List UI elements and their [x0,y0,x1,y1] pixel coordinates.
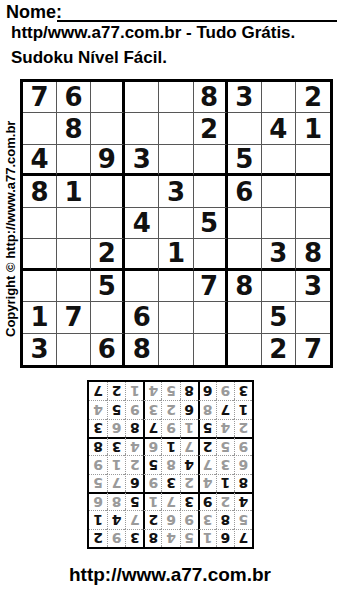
puzzle-cell-r6c4[interactable] [125,239,159,270]
puzzle-cell-r5c8[interactable] [262,208,296,239]
solution-cell-r1c4: 5 [180,529,198,547]
puzzle-cell-r2c1[interactable] [23,113,57,144]
puzzle-cell-r1c5[interactable] [159,82,193,113]
puzzle-cell-r4c5: 3 [159,176,193,207]
solution-cell-r2c9: 1 [89,510,107,528]
solution-cell-r4c5: 3 [161,474,179,492]
puzzle-cell-r7c1[interactable] [23,271,57,302]
puzzle-cell-r2c5[interactable] [159,113,193,144]
puzzle-cell-r6c8: 3 [262,239,296,270]
puzzle-cell-r3c5[interactable] [159,145,193,176]
puzzle-cell-r5c7[interactable] [228,208,262,239]
solution-cell-r2c1: 5 [234,510,252,528]
solution-cell-r4c3: 4 [198,474,216,492]
solution-cell-r6c8: 3 [107,437,125,455]
solution-cell-r9c3: 6 [198,382,216,400]
puzzle-grid: 768328241493581364521385783176536827 [20,79,333,368]
puzzle-cell-r2c3[interactable] [91,113,125,144]
solution-cell-r5c6: 5 [143,455,161,473]
solution-cell-r4c8: 7 [107,474,125,492]
solution-cell-r2c6: 2 [143,510,161,528]
solution-cell-r5c1: 6 [234,455,252,473]
solution-cell-r3c1: 4 [234,492,252,510]
footer-url: http://www.a77.com.br [0,564,340,586]
puzzle-cell-r1c1: 7 [23,82,57,113]
solution-cell-r2c3: 3 [198,510,216,528]
puzzle-cell-r6c2[interactable] [57,239,91,270]
solution-cell-r6c4: 7 [180,437,198,455]
puzzle-cell-r9c6[interactable] [194,334,228,365]
puzzle-cell-r5c5[interactable] [159,208,193,239]
solution-cell-r2c2: 8 [216,510,234,528]
solution-cell-r5c9: 9 [89,455,107,473]
solution-cell-r6c2: 5 [216,437,234,455]
puzzle-cell-r1c3[interactable] [91,82,125,113]
solution-cell-r4c4: 2 [180,474,198,492]
puzzle-cell-r3c1: 4 [23,145,57,176]
solution-cell-r9c7: 1 [125,382,143,400]
puzzle-cell-r1c4[interactable] [125,82,159,113]
puzzle-cell-r6c5: 1 [159,239,193,270]
puzzle-cell-r5c4: 4 [125,208,159,239]
solution-cell-r9c8: 2 [107,382,125,400]
puzzle-cell-r1c8[interactable] [262,82,296,113]
solution-cell-r7c4: 1 [180,419,198,437]
solution-cell-r5c5: 8 [161,455,179,473]
puzzle-cell-r3c9[interactable] [296,145,330,176]
puzzle-cell-r8c7[interactable] [228,302,262,333]
puzzle-cell-r8c3[interactable] [91,302,125,333]
solution-cell-r7c8: 6 [107,419,125,437]
puzzle-cell-r4c9[interactable] [296,176,330,207]
puzzle-cell-r6c1[interactable] [23,239,57,270]
puzzle-title: Sudoku Nível Fácil. [11,48,167,68]
puzzle-cell-r2c7[interactable] [228,113,262,144]
puzzle-cell-r8c1: 1 [23,302,57,333]
puzzle-cell-r2c8: 4 [262,113,296,144]
puzzle-cell-r7c8[interactable] [262,271,296,302]
solution-cell-r3c2: 2 [216,492,234,510]
puzzle-cell-r1c2: 6 [57,82,91,113]
puzzle-cell-r6c9: 8 [296,239,330,270]
solution-cell-r3c5: 7 [161,492,179,510]
puzzle-cell-r7c5[interactable] [159,271,193,302]
puzzle-cell-r6c6[interactable] [194,239,228,270]
puzzle-cell-r4c6[interactable] [194,176,228,207]
puzzle-cell-r9c9: 7 [296,334,330,365]
solution-cell-r7c2: 4 [216,419,234,437]
puzzle-cell-r5c2[interactable] [57,208,91,239]
solution-cell-r6c6: 6 [143,437,161,455]
solution-cell-r9c2: 9 [216,382,234,400]
puzzle-cell-r8c2: 7 [57,302,91,333]
puzzle-cell-r7c2[interactable] [57,271,91,302]
solution-cell-r6c1: 9 [234,437,252,455]
solution-cell-r8c9: 4 [89,400,107,418]
puzzle-cell-r2c9: 1 [296,113,330,144]
solution-cell-r8c8: 5 [107,400,125,418]
solution-cell-r9c1: 3 [234,382,252,400]
solution-cell-r8c6: 3 [143,400,161,418]
solution-cell-r8c3: 8 [198,400,216,418]
puzzle-cell-r7c6: 7 [194,271,228,302]
solution-cell-r2c7: 7 [125,510,143,528]
puzzle-cell-r9c2[interactable] [57,334,91,365]
puzzle-cell-r3c8[interactable] [262,145,296,176]
solution-cell-r5c2: 3 [216,455,234,473]
puzzle-cell-r3c4: 3 [125,145,159,176]
puzzle-cell-r5c3[interactable] [91,208,125,239]
puzzle-cell-r1c9: 2 [296,82,330,113]
puzzle-cell-r7c7: 8 [228,271,262,302]
solution-cell-r3c8: 8 [107,492,125,510]
solution-cell-r8c4: 6 [180,400,198,418]
solution-cell-r7c6: 7 [143,419,161,437]
puzzle-cell-r8c6[interactable] [194,302,228,333]
copyright-vertical-text: Copyright © http://www.a77.com.br [3,79,19,337]
puzzle-cell-r2c6: 2 [194,113,228,144]
solution-cell-r1c6: 8 [143,529,161,547]
puzzle-cell-r5c1[interactable] [23,208,57,239]
puzzle-cell-r9c5[interactable] [159,334,193,365]
solution-cell-r9c6: 4 [143,382,161,400]
site-tagline: http/www.a77.com.br - Tudo Grátis. [11,23,295,43]
puzzle-cell-r4c4[interactable] [125,176,159,207]
puzzle-cell-r8c5[interactable] [159,302,193,333]
puzzle-cell-r2c2: 8 [57,113,91,144]
solution-cell-r4c2: 1 [216,474,234,492]
puzzle-cell-r4c1: 8 [23,176,57,207]
solution-cell-r6c3: 2 [198,437,216,455]
puzzle-cell-r9c1: 3 [23,334,57,365]
solution-cell-r2c4: 9 [180,510,198,528]
solution-cell-r1c3: 1 [198,529,216,547]
solution-cell-r8c1: 1 [234,400,252,418]
solution-cell-r4c7: 6 [125,474,143,492]
puzzle-cell-r6c7[interactable] [228,239,262,270]
solution-cell-r7c9: 3 [89,419,107,437]
solution-cell-r2c5: 6 [161,510,179,528]
puzzle-cell-r3c3: 9 [91,145,125,176]
solution-cell-r4c9: 5 [89,474,107,492]
solution-cell-r3c7: 5 [125,492,143,510]
solution-cell-r4c1: 8 [234,474,252,492]
puzzle-cell-r4c2: 1 [57,176,91,207]
puzzle-cell-r8c4: 6 [125,302,159,333]
puzzle-cell-r9c4: 8 [125,334,159,365]
solution-cell-r3c3: 9 [198,492,216,510]
solution-cell-r1c9: 2 [89,529,107,547]
solution-cell-r5c7: 2 [125,455,143,473]
solution-cell-r2c8: 4 [107,510,125,528]
solution-cell-r7c7: 8 [125,419,143,437]
solution-cell-r9c9: 7 [89,382,107,400]
solution-cell-r7c5: 9 [161,419,179,437]
puzzle-cell-r9c7[interactable] [228,334,262,365]
puzzle-cell-r4c8[interactable] [262,176,296,207]
puzzle-cell-r5c9[interactable] [296,208,330,239]
solution-cell-r1c2: 6 [216,529,234,547]
puzzle-cell-r2c4[interactable] [125,113,159,144]
puzzle-cell-r7c4[interactable] [125,271,159,302]
solution-cell-r1c5: 4 [161,529,179,547]
puzzle-cell-r4c7: 6 [228,176,262,207]
puzzle-cell-r7c9: 3 [296,271,330,302]
solution-cell-r3c4: 3 [180,492,198,510]
puzzle-cell-r4c3[interactable] [91,176,125,207]
puzzle-cell-r3c2[interactable] [57,145,91,176]
solution-cell-r1c1: 7 [234,529,252,547]
puzzle-cell-r5c6: 5 [194,208,228,239]
puzzle-cell-r9c3: 6 [91,334,125,365]
solution-cell-r3c6: 1 [143,492,161,510]
solution-cell-r1c8: 9 [107,529,125,547]
puzzle-cell-r8c8: 5 [262,302,296,333]
puzzle-cell-r3c7: 5 [228,145,262,176]
puzzle-cell-r1c6: 8 [194,82,228,113]
solution-cell-r8c7: 9 [125,400,143,418]
solution-cell-r5c4: 4 [180,455,198,473]
solution-cell-r5c8: 1 [107,455,125,473]
solution-cell-r9c4: 8 [180,382,198,400]
solution-cell-r8c2: 7 [216,400,234,418]
solution-cell-r5c3: 7 [198,455,216,473]
solution-cell-r4c6: 9 [143,474,161,492]
puzzle-cell-r1c7: 3 [228,82,262,113]
name-label: Nome: [6,2,62,23]
solution-cell-r6c5: 1 [161,437,179,455]
name-input-line[interactable] [57,2,337,22]
puzzle-cell-r6c3: 2 [91,239,125,270]
solution-cell-r6c7: 4 [125,437,143,455]
solution-cell-r1c7: 3 [125,529,143,547]
solution-cell-r3c9: 6 [89,492,107,510]
puzzle-cell-r7c3: 5 [91,271,125,302]
solution-cell-r6c9: 8 [89,437,107,455]
puzzle-cell-r8c9[interactable] [296,302,330,333]
solution-cell-r7c1: 2 [234,419,252,437]
solution-cell-r9c5: 5 [161,382,179,400]
puzzle-cell-r3c6[interactable] [194,145,228,176]
solution-cell-r8c5: 2 [161,400,179,418]
solution-grid: 7615483925839627414293715868142396756374… [87,380,254,549]
solution-cell-r7c3: 5 [198,419,216,437]
puzzle-cell-r9c8: 2 [262,334,296,365]
